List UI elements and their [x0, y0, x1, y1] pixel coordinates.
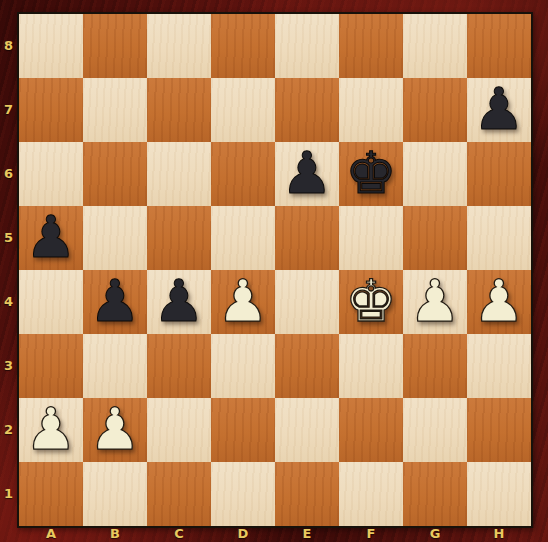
- rank-label-6: 6: [0, 167, 17, 181]
- square-d4[interactable]: ♟: [211, 270, 275, 334]
- square-e4[interactable]: [275, 270, 339, 334]
- square-a8[interactable]: [19, 14, 83, 78]
- square-d7[interactable]: [211, 78, 275, 142]
- square-h7[interactable]: ♟: [467, 78, 531, 142]
- square-c6[interactable]: [147, 142, 211, 206]
- file-label-f: F: [339, 527, 403, 541]
- square-e1[interactable]: [275, 462, 339, 526]
- square-a1[interactable]: [19, 462, 83, 526]
- rank-label-5: 5: [0, 231, 17, 245]
- square-c4[interactable]: ♟: [147, 270, 211, 334]
- square-g6[interactable]: [403, 142, 467, 206]
- piece-black-pawn[interactable]: ♟: [89, 272, 141, 330]
- square-b2[interactable]: ♟: [83, 398, 147, 462]
- square-d8[interactable]: [211, 14, 275, 78]
- square-d6[interactable]: [211, 142, 275, 206]
- rank-label-2: 2: [0, 423, 17, 437]
- piece-black-pawn[interactable]: ♟: [25, 208, 77, 266]
- rank-label-8: 8: [0, 39, 17, 53]
- chessboard-frame: ♟♟♚♟♟♟♟♚♟♟♟♟ 87654321ABCDEFGH: [0, 0, 548, 542]
- rank-label-7: 7: [0, 103, 17, 117]
- chess-board: ♟♟♚♟♟♟♟♚♟♟♟♟: [17, 12, 533, 528]
- square-h5[interactable]: [467, 206, 531, 270]
- square-g5[interactable]: [403, 206, 467, 270]
- square-c7[interactable]: [147, 78, 211, 142]
- square-f1[interactable]: [339, 462, 403, 526]
- square-f3[interactable]: [339, 334, 403, 398]
- piece-white-pawn[interactable]: ♟: [217, 272, 269, 330]
- square-b3[interactable]: [83, 334, 147, 398]
- rank-label-1: 1: [0, 487, 17, 501]
- square-a3[interactable]: [19, 334, 83, 398]
- square-c1[interactable]: [147, 462, 211, 526]
- square-e3[interactable]: [275, 334, 339, 398]
- file-label-g: G: [403, 527, 467, 541]
- rank-label-3: 3: [0, 359, 17, 373]
- square-d5[interactable]: [211, 206, 275, 270]
- square-f6[interactable]: ♚: [339, 142, 403, 206]
- square-e5[interactable]: [275, 206, 339, 270]
- file-label-d: D: [211, 527, 275, 541]
- square-a2[interactable]: ♟: [19, 398, 83, 462]
- square-b7[interactable]: [83, 78, 147, 142]
- square-h1[interactable]: [467, 462, 531, 526]
- square-f7[interactable]: [339, 78, 403, 142]
- piece-white-pawn[interactable]: ♟: [409, 272, 461, 330]
- piece-black-pawn[interactable]: ♟: [153, 272, 205, 330]
- piece-white-pawn[interactable]: ♟: [89, 400, 141, 458]
- piece-black-king[interactable]: ♚: [345, 144, 397, 202]
- square-a5[interactable]: ♟: [19, 206, 83, 270]
- square-a6[interactable]: [19, 142, 83, 206]
- square-e7[interactable]: [275, 78, 339, 142]
- square-c8[interactable]: [147, 14, 211, 78]
- piece-white-pawn[interactable]: ♟: [473, 272, 525, 330]
- square-b4[interactable]: ♟: [83, 270, 147, 334]
- square-g7[interactable]: [403, 78, 467, 142]
- square-e2[interactable]: [275, 398, 339, 462]
- square-b5[interactable]: [83, 206, 147, 270]
- square-c2[interactable]: [147, 398, 211, 462]
- rank-label-4: 4: [0, 295, 17, 309]
- file-label-a: A: [19, 527, 83, 541]
- square-d3[interactable]: [211, 334, 275, 398]
- square-d2[interactable]: [211, 398, 275, 462]
- square-d1[interactable]: [211, 462, 275, 526]
- piece-black-pawn[interactable]: ♟: [281, 144, 333, 202]
- square-b6[interactable]: [83, 142, 147, 206]
- square-g4[interactable]: ♟: [403, 270, 467, 334]
- square-g8[interactable]: [403, 14, 467, 78]
- square-f4[interactable]: ♚: [339, 270, 403, 334]
- piece-white-pawn[interactable]: ♟: [25, 400, 77, 458]
- file-label-b: B: [83, 527, 147, 541]
- square-h3[interactable]: [467, 334, 531, 398]
- square-c3[interactable]: [147, 334, 211, 398]
- square-h8[interactable]: [467, 14, 531, 78]
- piece-black-pawn[interactable]: ♟: [473, 80, 525, 138]
- file-label-c: C: [147, 527, 211, 541]
- square-h2[interactable]: [467, 398, 531, 462]
- square-e8[interactable]: [275, 14, 339, 78]
- square-h6[interactable]: [467, 142, 531, 206]
- square-g1[interactable]: [403, 462, 467, 526]
- square-a4[interactable]: [19, 270, 83, 334]
- square-h4[interactable]: ♟: [467, 270, 531, 334]
- square-b1[interactable]: [83, 462, 147, 526]
- square-g3[interactable]: [403, 334, 467, 398]
- square-f8[interactable]: [339, 14, 403, 78]
- piece-white-king[interactable]: ♚: [345, 272, 397, 330]
- file-label-e: E: [275, 527, 339, 541]
- square-a7[interactable]: [19, 78, 83, 142]
- square-g2[interactable]: [403, 398, 467, 462]
- file-label-h: H: [467, 527, 531, 541]
- square-b8[interactable]: [83, 14, 147, 78]
- square-f2[interactable]: [339, 398, 403, 462]
- square-e6[interactable]: ♟: [275, 142, 339, 206]
- square-c5[interactable]: [147, 206, 211, 270]
- square-f5[interactable]: [339, 206, 403, 270]
